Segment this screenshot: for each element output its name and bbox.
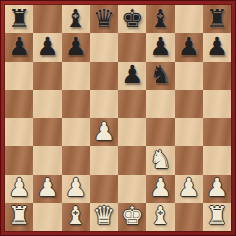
square-g3[interactable] (175, 146, 203, 174)
square-g5[interactable] (175, 90, 203, 118)
piece-white-pawn[interactable]: ♟ (64, 175, 86, 200)
square-f1[interactable]: ♝ (146, 203, 174, 231)
square-h6[interactable] (203, 62, 231, 90)
square-a4[interactable] (5, 118, 33, 146)
square-a6[interactable] (5, 62, 33, 90)
square-c4[interactable] (62, 118, 90, 146)
square-a7[interactable]: ♟ (5, 33, 33, 61)
square-e4[interactable] (118, 118, 146, 146)
piece-white-pawn[interactable]: ♟ (206, 175, 228, 200)
square-c8[interactable]: ♝ (62, 5, 90, 33)
square-h1[interactable]: ♜ (203, 203, 231, 231)
square-e1[interactable]: ♚ (118, 203, 146, 231)
piece-white-king[interactable]: ♚ (121, 203, 143, 228)
square-c2[interactable]: ♟ (62, 175, 90, 203)
square-g4[interactable] (175, 118, 203, 146)
square-b2[interactable]: ♟ (33, 175, 61, 203)
square-c6[interactable] (62, 62, 90, 90)
piece-black-pawn[interactable]: ♟ (177, 34, 199, 59)
square-d1[interactable]: ♛ (90, 203, 118, 231)
square-b7[interactable]: ♟ (33, 33, 61, 61)
square-e6[interactable]: ♟ (118, 62, 146, 90)
piece-black-pawn[interactable]: ♟ (149, 34, 171, 59)
square-d7[interactable] (90, 33, 118, 61)
piece-white-pawn[interactable]: ♟ (8, 175, 30, 200)
square-b8[interactable] (33, 5, 61, 33)
square-a2[interactable]: ♟ (5, 175, 33, 203)
square-h7[interactable]: ♟ (203, 33, 231, 61)
square-f8[interactable]: ♝ (146, 5, 174, 33)
square-g7[interactable]: ♟ (175, 33, 203, 61)
square-f4[interactable] (146, 118, 174, 146)
square-b3[interactable] (33, 146, 61, 174)
square-c5[interactable] (62, 90, 90, 118)
square-g8[interactable] (175, 5, 203, 33)
square-c3[interactable] (62, 146, 90, 174)
square-a1[interactable]: ♜ (5, 203, 33, 231)
square-g1[interactable] (175, 203, 203, 231)
square-f2[interactable]: ♟ (146, 175, 174, 203)
piece-black-rook[interactable]: ♜ (8, 6, 30, 31)
square-b5[interactable] (33, 90, 61, 118)
square-g2[interactable]: ♟ (175, 175, 203, 203)
piece-white-pawn[interactable]: ♟ (36, 175, 58, 200)
piece-black-pawn[interactable]: ♟ (206, 34, 228, 59)
square-h4[interactable] (203, 118, 231, 146)
piece-black-bishop[interactable]: ♝ (64, 6, 86, 31)
square-f5[interactable] (146, 90, 174, 118)
chess-board: ♜♝♛♚♝♜♟♟♟♟♟♟♟♞♟♞♟♟♟♟♟♟♜♝♛♚♝♜ (5, 5, 231, 231)
square-f6[interactable]: ♞ (146, 62, 174, 90)
square-h8[interactable]: ♜ (203, 5, 231, 33)
piece-black-pawn[interactable]: ♟ (64, 34, 86, 59)
square-b6[interactable] (33, 62, 61, 90)
square-e3[interactable] (118, 146, 146, 174)
piece-black-rook[interactable]: ♜ (206, 6, 228, 31)
piece-white-rook[interactable]: ♜ (206, 203, 228, 228)
square-e2[interactable] (118, 175, 146, 203)
square-h3[interactable] (203, 146, 231, 174)
square-a3[interactable] (5, 146, 33, 174)
square-a8[interactable]: ♜ (5, 5, 33, 33)
square-f3[interactable]: ♞ (146, 146, 174, 174)
square-b4[interactable] (33, 118, 61, 146)
square-b1[interactable] (33, 203, 61, 231)
piece-white-pawn[interactable]: ♟ (149, 175, 171, 200)
chess-board-frame: ♜♝♛♚♝♜♟♟♟♟♟♟♟♞♟♞♟♟♟♟♟♟♜♝♛♚♝♜ (0, 0, 236, 236)
square-d3[interactable] (90, 146, 118, 174)
piece-white-bishop[interactable]: ♝ (64, 203, 86, 228)
square-d8[interactable]: ♛ (90, 5, 118, 33)
piece-white-knight[interactable]: ♞ (149, 147, 171, 172)
piece-white-rook[interactable]: ♜ (8, 203, 30, 228)
piece-white-bishop[interactable]: ♝ (149, 203, 171, 228)
square-f7[interactable]: ♟ (146, 33, 174, 61)
piece-black-king[interactable]: ♚ (121, 6, 143, 31)
square-d5[interactable] (90, 90, 118, 118)
piece-black-queen[interactable]: ♛ (93, 6, 115, 31)
square-d6[interactable] (90, 62, 118, 90)
square-c7[interactable]: ♟ (62, 33, 90, 61)
piece-black-pawn[interactable]: ♟ (36, 34, 58, 59)
square-e7[interactable] (118, 33, 146, 61)
piece-white-pawn[interactable]: ♟ (177, 175, 199, 200)
square-h2[interactable]: ♟ (203, 175, 231, 203)
piece-black-knight[interactable]: ♞ (149, 62, 171, 87)
square-c1[interactable]: ♝ (62, 203, 90, 231)
piece-white-pawn[interactable]: ♟ (93, 119, 115, 144)
square-a5[interactable] (5, 90, 33, 118)
square-g6[interactable] (175, 62, 203, 90)
square-e5[interactable] (118, 90, 146, 118)
piece-black-pawn[interactable]: ♟ (121, 62, 143, 87)
square-d2[interactable] (90, 175, 118, 203)
square-h5[interactable] (203, 90, 231, 118)
piece-black-bishop[interactable]: ♝ (149, 6, 171, 31)
square-e8[interactable]: ♚ (118, 5, 146, 33)
piece-black-pawn[interactable]: ♟ (8, 34, 30, 59)
piece-white-queen[interactable]: ♛ (93, 203, 115, 228)
square-d4[interactable]: ♟ (90, 118, 118, 146)
